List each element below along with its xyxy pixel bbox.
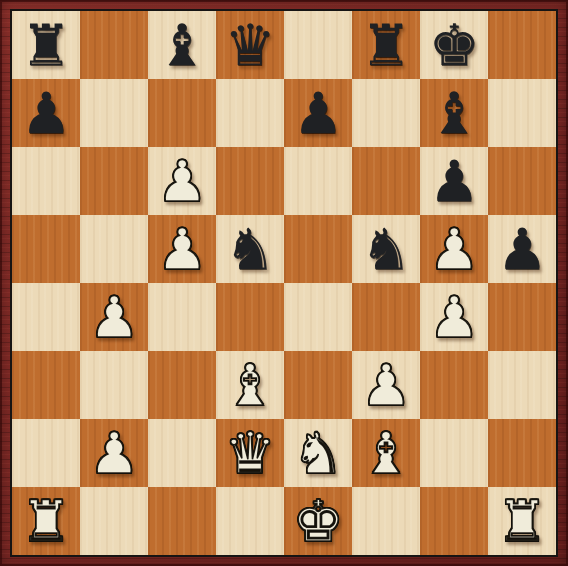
square-h8[interactable] xyxy=(488,11,556,79)
square-h1[interactable]: ♜ xyxy=(488,487,556,555)
piece-white-bishop[interactable]: ♝ xyxy=(224,357,275,414)
square-h6[interactable] xyxy=(488,147,556,215)
square-f8[interactable]: ♜ xyxy=(352,11,420,79)
piece-black-pawn[interactable]: ♟ xyxy=(428,153,479,210)
piece-white-rook[interactable]: ♜ xyxy=(20,493,71,550)
square-a7[interactable]: ♟ xyxy=(12,79,80,147)
piece-white-pawn[interactable]: ♟ xyxy=(360,357,411,414)
square-b2[interactable]: ♟ xyxy=(80,419,148,487)
chess-board: ♜♝♛♜♚♟♟♝♟♟♟♞♞♟♟♟♟♝♟♟♛♞♝♜♚♜ xyxy=(10,9,558,557)
square-f6[interactable] xyxy=(352,147,420,215)
piece-white-pawn[interactable]: ♟ xyxy=(88,425,139,482)
square-c1[interactable] xyxy=(148,487,216,555)
square-g6[interactable]: ♟ xyxy=(420,147,488,215)
piece-black-bishop[interactable]: ♝ xyxy=(428,85,479,142)
square-g2[interactable] xyxy=(420,419,488,487)
piece-black-rook[interactable]: ♜ xyxy=(20,17,71,74)
piece-white-queen[interactable]: ♛ xyxy=(224,425,275,482)
square-g5[interactable]: ♟ xyxy=(420,215,488,283)
piece-black-knight[interactable]: ♞ xyxy=(224,221,275,278)
piece-black-queen[interactable]: ♛ xyxy=(224,17,275,74)
square-f1[interactable] xyxy=(352,487,420,555)
square-d1[interactable] xyxy=(216,487,284,555)
square-b4[interactable]: ♟ xyxy=(80,283,148,351)
square-c7[interactable] xyxy=(148,79,216,147)
square-a1[interactable]: ♜ xyxy=(12,487,80,555)
square-d8[interactable]: ♛ xyxy=(216,11,284,79)
piece-black-pawn[interactable]: ♟ xyxy=(20,85,71,142)
square-f3[interactable]: ♟ xyxy=(352,351,420,419)
square-c5[interactable]: ♟ xyxy=(148,215,216,283)
square-f2[interactable]: ♝ xyxy=(352,419,420,487)
square-b5[interactable] xyxy=(80,215,148,283)
square-c4[interactable] xyxy=(148,283,216,351)
square-a2[interactable] xyxy=(12,419,80,487)
piece-white-pawn[interactable]: ♟ xyxy=(156,221,207,278)
square-f7[interactable] xyxy=(352,79,420,147)
square-e5[interactable] xyxy=(284,215,352,283)
square-b6[interactable] xyxy=(80,147,148,215)
square-b8[interactable] xyxy=(80,11,148,79)
square-d7[interactable] xyxy=(216,79,284,147)
board-frame: ♜♝♛♜♚♟♟♝♟♟♟♞♞♟♟♟♟♝♟♟♛♞♝♜♚♜ xyxy=(0,0,568,566)
square-e8[interactable] xyxy=(284,11,352,79)
square-e6[interactable] xyxy=(284,147,352,215)
square-f4[interactable] xyxy=(352,283,420,351)
square-a5[interactable] xyxy=(12,215,80,283)
square-c6[interactable]: ♟ xyxy=(148,147,216,215)
square-g3[interactable] xyxy=(420,351,488,419)
square-g8[interactable]: ♚ xyxy=(420,11,488,79)
square-a6[interactable] xyxy=(12,147,80,215)
square-b7[interactable] xyxy=(80,79,148,147)
piece-white-king[interactable]: ♚ xyxy=(292,493,343,550)
square-a4[interactable] xyxy=(12,283,80,351)
square-f5[interactable]: ♞ xyxy=(352,215,420,283)
square-g4[interactable]: ♟ xyxy=(420,283,488,351)
square-b1[interactable] xyxy=(80,487,148,555)
piece-black-rook[interactable]: ♜ xyxy=(360,17,411,74)
piece-white-pawn[interactable]: ♟ xyxy=(428,289,479,346)
square-d4[interactable] xyxy=(216,283,284,351)
piece-black-bishop[interactable]: ♝ xyxy=(156,17,207,74)
piece-white-rook[interactable]: ♜ xyxy=(496,493,547,550)
square-c3[interactable] xyxy=(148,351,216,419)
square-h5[interactable]: ♟ xyxy=(488,215,556,283)
square-c8[interactable]: ♝ xyxy=(148,11,216,79)
piece-black-knight[interactable]: ♞ xyxy=(360,221,411,278)
piece-white-pawn[interactable]: ♟ xyxy=(156,153,207,210)
square-e3[interactable] xyxy=(284,351,352,419)
square-d3[interactable]: ♝ xyxy=(216,351,284,419)
square-h3[interactable] xyxy=(488,351,556,419)
square-h4[interactable] xyxy=(488,283,556,351)
square-h2[interactable] xyxy=(488,419,556,487)
square-d2[interactable]: ♛ xyxy=(216,419,284,487)
piece-black-pawn[interactable]: ♟ xyxy=(292,85,343,142)
piece-white-knight[interactable]: ♞ xyxy=(292,425,343,482)
piece-black-pawn[interactable]: ♟ xyxy=(496,221,547,278)
piece-white-pawn[interactable]: ♟ xyxy=(428,221,479,278)
square-e1[interactable]: ♚ xyxy=(284,487,352,555)
square-a8[interactable]: ♜ xyxy=(12,11,80,79)
piece-white-bishop[interactable]: ♝ xyxy=(360,425,411,482)
square-g7[interactable]: ♝ xyxy=(420,79,488,147)
square-b3[interactable] xyxy=(80,351,148,419)
square-c2[interactable] xyxy=(148,419,216,487)
square-a3[interactable] xyxy=(12,351,80,419)
square-e7[interactable]: ♟ xyxy=(284,79,352,147)
square-e2[interactable]: ♞ xyxy=(284,419,352,487)
square-e4[interactable] xyxy=(284,283,352,351)
square-d5[interactable]: ♞ xyxy=(216,215,284,283)
square-h7[interactable] xyxy=(488,79,556,147)
piece-white-pawn[interactable]: ♟ xyxy=(88,289,139,346)
square-g1[interactable] xyxy=(420,487,488,555)
square-d6[interactable] xyxy=(216,147,284,215)
piece-black-king[interactable]: ♚ xyxy=(428,17,479,74)
